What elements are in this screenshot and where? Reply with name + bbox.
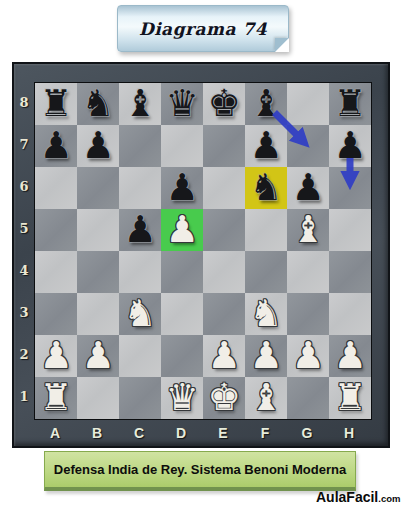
square-d1: ♛ xyxy=(161,377,203,419)
square-g2: ♟ xyxy=(287,335,329,377)
square-e3 xyxy=(203,293,245,335)
white-knight-f3: ♞ xyxy=(249,293,282,335)
square-g4 xyxy=(287,251,329,293)
square-c8: ♝ xyxy=(119,83,161,125)
black-bishop-f8: ♝ xyxy=(249,83,282,125)
black-pawn-g6: ♟ xyxy=(291,167,324,209)
square-c2 xyxy=(119,335,161,377)
square-g5: ♝ xyxy=(287,209,329,251)
square-g7 xyxy=(287,125,329,167)
black-knight-f6: ♞ xyxy=(249,167,282,209)
brand-name: AulaFacil xyxy=(316,489,378,505)
rank-label-3: 3 xyxy=(14,292,34,334)
black-bishop-c8: ♝ xyxy=(123,83,156,125)
black-knight-b8: ♞ xyxy=(81,83,114,125)
white-pawn-g2: ♟ xyxy=(291,335,324,377)
square-e1: ♚ xyxy=(203,377,245,419)
square-d3 xyxy=(161,293,203,335)
square-h6 xyxy=(329,167,371,209)
square-d5: ♟ xyxy=(161,209,203,251)
square-f3: ♞ xyxy=(245,293,287,335)
square-f1: ♝ xyxy=(245,377,287,419)
square-b3 xyxy=(77,293,119,335)
black-queen-d8: ♛ xyxy=(165,83,198,125)
square-a4 xyxy=(35,251,77,293)
white-pawn-a2: ♟ xyxy=(39,335,72,377)
square-d2 xyxy=(161,335,203,377)
square-h4 xyxy=(329,251,371,293)
square-h2: ♟ xyxy=(329,335,371,377)
white-rook-h1: ♜ xyxy=(333,377,366,419)
rank-label-1: 1 xyxy=(14,376,34,418)
black-pawn-b7: ♟ xyxy=(81,125,114,167)
white-pawn-e2: ♟ xyxy=(207,335,240,377)
square-g6: ♟ xyxy=(287,167,329,209)
square-a7: ♟ xyxy=(35,125,77,167)
black-pawn-a7: ♟ xyxy=(39,125,72,167)
black-king-e8: ♚ xyxy=(207,83,240,125)
white-bishop-g5: ♝ xyxy=(291,209,324,251)
square-e2: ♟ xyxy=(203,335,245,377)
square-b7: ♟ xyxy=(77,125,119,167)
black-rook-a8: ♜ xyxy=(39,83,72,125)
file-label-B: B xyxy=(76,421,118,446)
square-c3: ♞ xyxy=(119,293,161,335)
square-f8: ♝ xyxy=(245,83,287,125)
black-pawn-d6: ♟ xyxy=(165,167,198,209)
square-f5 xyxy=(245,209,287,251)
square-h5 xyxy=(329,209,371,251)
square-e4 xyxy=(203,251,245,293)
caption-box: Defensa India de Rey. Sistema Benoni Mod… xyxy=(44,451,356,491)
white-pawn-f2: ♟ xyxy=(249,335,282,377)
chess-board-frame: ♜♞♝♛♚♝♜♟♟♟♟♟♞♟♟♟♝♞♞♟♟♟♟♟♟♜♛♚♝♜ 87654321 … xyxy=(12,62,390,448)
square-d8: ♛ xyxy=(161,83,203,125)
file-label-F: F xyxy=(244,421,286,446)
file-label-A: A xyxy=(34,421,76,446)
square-b8: ♞ xyxy=(77,83,119,125)
square-b2: ♟ xyxy=(77,335,119,377)
square-f6: ♞ xyxy=(245,167,287,209)
black-rook-h8: ♜ xyxy=(333,83,366,125)
square-e6 xyxy=(203,167,245,209)
square-c4 xyxy=(119,251,161,293)
white-king-e1: ♚ xyxy=(207,377,240,419)
chess-board: ♜♞♝♛♚♝♜♟♟♟♟♟♞♟♟♟♝♞♞♟♟♟♟♟♟♜♛♚♝♜ xyxy=(34,82,372,420)
square-e5 xyxy=(203,209,245,251)
caption-text: Defensa India de Rey. Sistema Benoni Mod… xyxy=(54,462,346,477)
square-b4 xyxy=(77,251,119,293)
rank-label-7: 7 xyxy=(14,124,34,166)
file-label-H: H xyxy=(328,421,370,446)
rank-label-6: 6 xyxy=(14,166,34,208)
square-a1: ♜ xyxy=(35,377,77,419)
square-g8 xyxy=(287,83,329,125)
square-g3 xyxy=(287,293,329,335)
square-c7 xyxy=(119,125,161,167)
square-a2: ♟ xyxy=(35,335,77,377)
square-c6 xyxy=(119,167,161,209)
square-a6 xyxy=(35,167,77,209)
rank-label-8: 8 xyxy=(14,82,34,124)
square-b1 xyxy=(77,377,119,419)
square-h3 xyxy=(329,293,371,335)
square-d7 xyxy=(161,125,203,167)
square-f2: ♟ xyxy=(245,335,287,377)
black-pawn-h7: ♟ xyxy=(333,125,366,167)
square-d6: ♟ xyxy=(161,167,203,209)
square-d4 xyxy=(161,251,203,293)
square-c1 xyxy=(119,377,161,419)
page: Diagrama 74 ♜♞♝♛♚♝♜♟♟♟♟♟♞♟♟♟♝♞♞♟♟♟♟♟♟♜♛♚… xyxy=(0,0,402,511)
square-a5 xyxy=(35,209,77,251)
diagram-title-banner: Diagrama 74 xyxy=(117,5,289,52)
file-label-E: E xyxy=(202,421,244,446)
rank-label-4: 4 xyxy=(14,250,34,292)
square-e8: ♚ xyxy=(203,83,245,125)
white-rook-a1: ♜ xyxy=(39,377,72,419)
file-label-G: G xyxy=(286,421,328,446)
brand-suffix: .com xyxy=(378,493,400,504)
square-b6 xyxy=(77,167,119,209)
rank-label-5: 5 xyxy=(14,208,34,250)
file-label-D: D xyxy=(160,421,202,446)
diagram-title: Diagrama 74 xyxy=(139,19,267,39)
square-e7 xyxy=(203,125,245,167)
file-label-C: C xyxy=(118,421,160,446)
rank-label-2: 2 xyxy=(14,334,34,376)
white-bishop-f1: ♝ xyxy=(249,377,282,419)
square-h7: ♟ xyxy=(329,125,371,167)
square-h8: ♜ xyxy=(329,83,371,125)
white-pawn-b2: ♟ xyxy=(81,335,114,377)
square-h1: ♜ xyxy=(329,377,371,419)
white-knight-c3: ♞ xyxy=(123,293,156,335)
black-pawn-f7: ♟ xyxy=(249,125,282,167)
white-pawn-d5: ♟ xyxy=(165,209,198,251)
white-queen-d1: ♛ xyxy=(165,377,198,419)
square-a3 xyxy=(35,293,77,335)
square-f7: ♟ xyxy=(245,125,287,167)
square-a8: ♜ xyxy=(35,83,77,125)
square-g1 xyxy=(287,377,329,419)
white-pawn-h2: ♟ xyxy=(333,335,366,377)
black-pawn-c5: ♟ xyxy=(123,209,156,251)
square-b5 xyxy=(77,209,119,251)
square-f4 xyxy=(245,251,287,293)
brand: AulaFacil.com xyxy=(316,488,400,506)
square-c5: ♟ xyxy=(119,209,161,251)
